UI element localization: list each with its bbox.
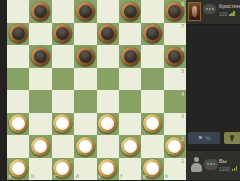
square-e2[interactable]	[97, 135, 119, 158]
file-label-e: e	[98, 174, 101, 179]
square-e4[interactable]	[97, 90, 119, 113]
square-e3[interactable]	[97, 113, 119, 136]
square-a5[interactable]	[7, 68, 29, 91]
rank-label-4: 4	[181, 92, 184, 97]
opponent-avatar[interactable]	[188, 2, 201, 21]
square-b5[interactable]	[29, 68, 51, 91]
file-label-a: a	[9, 174, 12, 179]
square-b1[interactable]: b	[29, 158, 51, 181]
opponent-name: Кристина	[219, 3, 240, 9]
white-piece[interactable]	[76, 137, 95, 156]
black-piece[interactable]	[31, 2, 50, 21]
square-b6[interactable]	[29, 45, 51, 68]
you-rating: 1100	[219, 166, 238, 172]
square-c8[interactable]	[52, 0, 74, 23]
game-controls: ⚑ ½	[186, 132, 240, 145]
sidebar: Кристина 100 ⚑ ½ Вы 1100	[186, 0, 240, 180]
square-g5[interactable]	[141, 68, 163, 91]
square-d3[interactable]	[74, 113, 96, 136]
rank-label-3: 3	[181, 114, 184, 119]
square-a1[interactable]: a	[7, 158, 29, 181]
square-a6[interactable]	[7, 45, 29, 68]
black-piece[interactable]	[121, 2, 140, 21]
square-g6[interactable]	[141, 45, 163, 68]
draw-half-icon: ½	[205, 135, 210, 141]
square-h5[interactable]: 5	[164, 68, 186, 91]
square-h8[interactable]: 8	[164, 0, 186, 23]
square-c2[interactable]	[52, 135, 74, 158]
square-f7[interactable]	[119, 23, 141, 46]
white-piece[interactable]	[9, 114, 28, 133]
white-piece[interactable]	[31, 137, 50, 156]
square-g1[interactable]: g	[141, 158, 163, 181]
file-label-f: f	[120, 174, 122, 179]
white-piece[interactable]	[9, 159, 28, 178]
square-f5[interactable]	[119, 68, 141, 91]
square-f1[interactable]: f	[119, 158, 141, 181]
black-piece[interactable]	[9, 24, 28, 43]
square-g8[interactable]	[141, 0, 163, 23]
square-f3[interactable]	[119, 113, 141, 136]
black-piece[interactable]	[53, 24, 72, 43]
resign-draw-button[interactable]: ⚑ ½	[188, 132, 220, 144]
square-f4[interactable]	[119, 90, 141, 113]
square-e8[interactable]	[97, 0, 119, 23]
square-e1[interactable]: e	[97, 158, 119, 181]
white-piece[interactable]	[143, 114, 162, 133]
square-h4[interactable]: 4	[164, 90, 186, 113]
square-h2[interactable]: 2	[164, 135, 186, 158]
square-d5[interactable]	[74, 68, 96, 91]
square-c4[interactable]	[52, 90, 74, 113]
square-b2[interactable]	[29, 135, 51, 158]
square-b8[interactable]	[29, 0, 51, 23]
square-a7[interactable]	[7, 23, 29, 46]
square-g4[interactable]	[141, 90, 163, 113]
black-piece[interactable]	[98, 24, 117, 43]
square-a3[interactable]	[7, 113, 29, 136]
file-label-d: d	[76, 174, 79, 179]
resign-flag-icon: ⚑	[198, 135, 203, 141]
white-piece[interactable]	[121, 137, 140, 156]
hint-bulb-icon	[230, 135, 235, 142]
square-b3[interactable]	[29, 113, 51, 136]
file-label-c: c	[53, 174, 56, 179]
square-b4[interactable]	[29, 90, 51, 113]
square-d1[interactable]: d	[74, 158, 96, 181]
square-h1[interactable]: h1	[164, 158, 186, 181]
white-piece[interactable]	[98, 159, 117, 178]
square-h7[interactable]: 7	[164, 23, 186, 46]
window-edge	[0, 0, 7, 180]
file-label-g: g	[143, 174, 146, 179]
file-label-b: b	[31, 174, 34, 179]
signal-bars-icon	[229, 11, 235, 16]
square-c6[interactable]	[52, 45, 74, 68]
rank-label-8: 8	[181, 2, 184, 7]
hint-button[interactable]	[224, 132, 240, 144]
opponent-rating: 100	[219, 11, 235, 17]
black-piece[interactable]	[31, 47, 50, 66]
square-f8[interactable]	[119, 0, 141, 23]
file-label-h: h	[165, 174, 168, 179]
square-c7[interactable]	[52, 23, 74, 46]
square-e5[interactable]	[97, 68, 119, 91]
square-g7[interactable]	[141, 23, 163, 46]
rank-label-6: 6	[181, 47, 184, 52]
signal-bars-icon	[232, 166, 238, 171]
opponent-panel: Кристина 100	[186, 0, 240, 25]
square-h3[interactable]: 3	[164, 113, 186, 136]
rank-label-5: 5	[181, 69, 184, 74]
rank-label-1: 1	[181, 159, 184, 164]
opponent-chat-icon[interactable]	[203, 4, 216, 14]
black-piece[interactable]	[76, 47, 95, 66]
black-piece[interactable]	[121, 47, 140, 66]
square-g3[interactable]	[141, 113, 163, 136]
square-f6[interactable]	[119, 45, 141, 68]
checkers-app: 8765432abcdefgh1 Кристина 100 ⚑ ½	[0, 0, 240, 180]
square-e6[interactable]	[97, 45, 119, 68]
square-d4[interactable]	[74, 90, 96, 113]
you-panel: Вы 1100	[186, 150, 240, 180]
board: 8765432abcdefgh1	[7, 0, 186, 180]
square-e7[interactable]	[97, 23, 119, 46]
white-piece[interactable]	[53, 114, 72, 133]
square-g2[interactable]	[141, 135, 163, 158]
square-d8[interactable]	[74, 0, 96, 23]
square-h6[interactable]: 6	[164, 45, 186, 68]
square-d7[interactable]	[74, 23, 96, 46]
black-piece[interactable]	[143, 24, 162, 43]
square-f2[interactable]	[119, 135, 141, 158]
square-d6[interactable]	[74, 45, 96, 68]
rank-label-7: 7	[181, 24, 184, 29]
square-c5[interactable]	[52, 68, 74, 91]
square-c1[interactable]: c	[52, 158, 74, 181]
rank-label-2: 2	[181, 137, 184, 142]
white-piece[interactable]	[98, 114, 117, 133]
square-a2[interactable]	[7, 135, 29, 158]
square-a4[interactable]	[7, 90, 29, 113]
white-piece[interactable]	[53, 159, 72, 178]
black-piece[interactable]	[76, 2, 95, 21]
square-c3[interactable]	[52, 113, 74, 136]
you-name: Вы	[219, 158, 227, 164]
square-d2[interactable]	[74, 135, 96, 158]
square-a8[interactable]	[7, 0, 29, 23]
square-b7[interactable]	[29, 23, 51, 46]
you-chat-icon[interactable]	[204, 159, 218, 170]
you-avatar[interactable]	[190, 157, 202, 175]
